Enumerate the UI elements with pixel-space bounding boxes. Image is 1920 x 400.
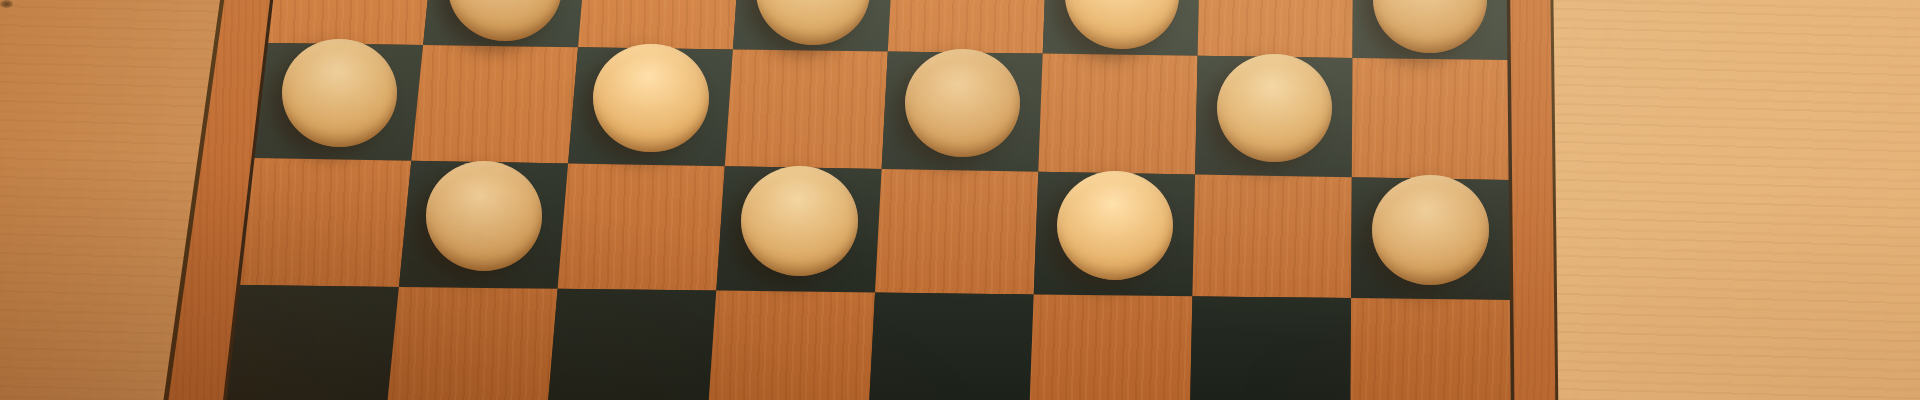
checkers-photo-scene	[0, 0, 1920, 400]
checkers-piece-light-r2c3[interactable]	[593, 44, 708, 152]
checkers-piece-light-r2c7[interactable]	[1217, 54, 1332, 162]
checkers-piece-light-r2c1[interactable]	[282, 39, 397, 147]
board-layers	[0, 0, 1920, 400]
checkers-piece-light-r2c5[interactable]	[905, 49, 1020, 157]
wood-knot	[0, 0, 13, 8]
checkers-board	[0, 0, 1920, 400]
checkers-piece-light-r3c8[interactable]	[1372, 175, 1489, 285]
table-surface	[0, 0, 1920, 400]
checkers-piece-light-r3c6[interactable]	[1057, 171, 1174, 281]
checkers-piece-light-r3c4[interactable]	[741, 166, 858, 276]
checkers-piece-light-r3c2[interactable]	[426, 161, 543, 271]
